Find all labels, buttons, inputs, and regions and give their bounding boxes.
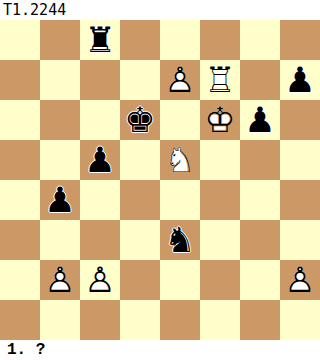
square-h1[interactable] bbox=[280, 300, 320, 340]
white-pawn-piece[interactable]: ♟♙ bbox=[160, 60, 200, 100]
square-d7[interactable] bbox=[120, 60, 160, 100]
square-c2[interactable]: ♟♙ bbox=[80, 260, 120, 300]
square-e2[interactable] bbox=[160, 260, 200, 300]
square-d3[interactable] bbox=[120, 220, 160, 260]
square-d2[interactable] bbox=[120, 260, 160, 300]
square-a6[interactable] bbox=[0, 100, 40, 140]
square-f7[interactable]: ♜♖ bbox=[200, 60, 240, 100]
square-h4[interactable] bbox=[280, 180, 320, 220]
piece-glyph-solid: ♞ bbox=[160, 220, 200, 260]
square-b1[interactable] bbox=[40, 300, 80, 340]
square-f2[interactable] bbox=[200, 260, 240, 300]
piece-glyph-outline: ♙ bbox=[160, 60, 200, 100]
square-a3[interactable] bbox=[0, 220, 40, 260]
black-pawn-piece[interactable]: ♟ bbox=[40, 180, 80, 220]
square-b2[interactable]: ♟♙ bbox=[40, 260, 80, 300]
piece-glyph-outline: ♙ bbox=[40, 260, 80, 300]
piece-glyph-outline: ♘ bbox=[160, 140, 200, 180]
piece-glyph-outline: ♖ bbox=[200, 60, 240, 100]
square-a2[interactable] bbox=[0, 260, 40, 300]
black-rook-piece[interactable]: ♜ bbox=[80, 20, 120, 60]
square-g1[interactable] bbox=[240, 300, 280, 340]
square-e7[interactable]: ♟♙ bbox=[160, 60, 200, 100]
square-b5[interactable] bbox=[40, 140, 80, 180]
black-pawn-piece[interactable]: ♟ bbox=[240, 100, 280, 140]
square-e3[interactable]: ♞ bbox=[160, 220, 200, 260]
chess-board: ♜♟♙♜♖♟♚♚♔♟♟♞♘♟♞♟♙♟♙♟♙ bbox=[0, 20, 320, 340]
piece-glyph-solid: ♜ bbox=[80, 20, 120, 60]
square-d8[interactable] bbox=[120, 20, 160, 60]
square-c1[interactable] bbox=[80, 300, 120, 340]
square-h2[interactable]: ♟♙ bbox=[280, 260, 320, 300]
piece-glyph-solid: ♚ bbox=[120, 100, 160, 140]
square-b4[interactable]: ♟ bbox=[40, 180, 80, 220]
square-e4[interactable] bbox=[160, 180, 200, 220]
square-a5[interactable] bbox=[0, 140, 40, 180]
square-e8[interactable] bbox=[160, 20, 200, 60]
white-knight-piece[interactable]: ♞♘ bbox=[160, 140, 200, 180]
square-b3[interactable] bbox=[40, 220, 80, 260]
piece-glyph-solid: ♟ bbox=[280, 60, 320, 100]
puzzle-id: T1.2244 bbox=[0, 0, 320, 20]
black-pawn-piece[interactable]: ♟ bbox=[80, 140, 120, 180]
square-f6[interactable]: ♚♔ bbox=[200, 100, 240, 140]
square-f5[interactable] bbox=[200, 140, 240, 180]
square-f8[interactable] bbox=[200, 20, 240, 60]
white-rook-piece[interactable]: ♜♖ bbox=[200, 60, 240, 100]
black-knight-piece[interactable]: ♞ bbox=[160, 220, 200, 260]
square-e5[interactable]: ♞♘ bbox=[160, 140, 200, 180]
square-c4[interactable] bbox=[80, 180, 120, 220]
square-h5[interactable] bbox=[280, 140, 320, 180]
square-a1[interactable] bbox=[0, 300, 40, 340]
square-h8[interactable] bbox=[280, 20, 320, 60]
square-h6[interactable] bbox=[280, 100, 320, 140]
square-f4[interactable] bbox=[200, 180, 240, 220]
square-a4[interactable] bbox=[0, 180, 40, 220]
square-a7[interactable] bbox=[0, 60, 40, 100]
white-pawn-piece[interactable]: ♟♙ bbox=[80, 260, 120, 300]
white-king-piece[interactable]: ♚♔ bbox=[200, 100, 240, 140]
square-g6[interactable]: ♟ bbox=[240, 100, 280, 140]
piece-glyph-outline: ♙ bbox=[280, 260, 320, 300]
square-e1[interactable] bbox=[160, 300, 200, 340]
square-g2[interactable] bbox=[240, 260, 280, 300]
piece-glyph-solid: ♟ bbox=[240, 100, 280, 140]
piece-glyph-solid: ♟ bbox=[80, 140, 120, 180]
square-e6[interactable] bbox=[160, 100, 200, 140]
square-b8[interactable] bbox=[40, 20, 80, 60]
square-d4[interactable] bbox=[120, 180, 160, 220]
square-a8[interactable] bbox=[0, 20, 40, 60]
square-f3[interactable] bbox=[200, 220, 240, 260]
square-d1[interactable] bbox=[120, 300, 160, 340]
square-h7[interactable]: ♟ bbox=[280, 60, 320, 100]
white-pawn-piece[interactable]: ♟♙ bbox=[280, 260, 320, 300]
square-c7[interactable] bbox=[80, 60, 120, 100]
square-c6[interactable] bbox=[80, 100, 120, 140]
move-prompt: 1. ? bbox=[0, 340, 320, 360]
square-d6[interactable]: ♚ bbox=[120, 100, 160, 140]
black-pawn-piece[interactable]: ♟ bbox=[280, 60, 320, 100]
square-c8[interactable]: ♜ bbox=[80, 20, 120, 60]
square-d5[interactable] bbox=[120, 140, 160, 180]
square-g4[interactable] bbox=[240, 180, 280, 220]
piece-glyph-outline: ♙ bbox=[80, 260, 120, 300]
square-c3[interactable] bbox=[80, 220, 120, 260]
white-pawn-piece[interactable]: ♟♙ bbox=[40, 260, 80, 300]
square-g8[interactable] bbox=[240, 20, 280, 60]
black-king-piece[interactable]: ♚ bbox=[120, 100, 160, 140]
square-h3[interactable] bbox=[280, 220, 320, 260]
square-f1[interactable] bbox=[200, 300, 240, 340]
square-b7[interactable] bbox=[40, 60, 80, 100]
square-g7[interactable] bbox=[240, 60, 280, 100]
piece-glyph-solid: ♟ bbox=[40, 180, 80, 220]
square-g3[interactable] bbox=[240, 220, 280, 260]
square-g5[interactable] bbox=[240, 140, 280, 180]
square-c5[interactable]: ♟ bbox=[80, 140, 120, 180]
square-b6[interactable] bbox=[40, 100, 80, 140]
piece-glyph-outline: ♔ bbox=[200, 100, 240, 140]
